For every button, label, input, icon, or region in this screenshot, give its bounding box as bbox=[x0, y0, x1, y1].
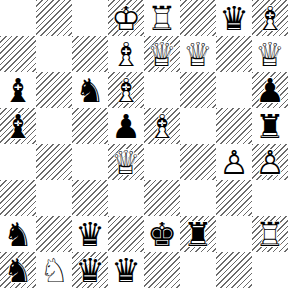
square-h7[interactable]: ♛♕ bbox=[252, 36, 288, 72]
square-h6[interactable]: ♟ bbox=[252, 72, 288, 108]
black-bishop-icon[interactable]: ♝ bbox=[0, 108, 36, 144]
piece-fill-layer: ♚ bbox=[144, 216, 180, 252]
black-rook-icon[interactable]: ♜ bbox=[252, 108, 288, 144]
square-d4[interactable]: ♛♕ bbox=[108, 144, 144, 180]
black-queen-icon[interactable]: ♛ bbox=[216, 0, 252, 36]
piece-outline-layer: ♕ bbox=[180, 36, 216, 72]
square-c4[interactable] bbox=[72, 144, 108, 180]
square-e4[interactable] bbox=[144, 144, 180, 180]
piece-fill-layer: ♛ bbox=[72, 252, 108, 288]
square-h5[interactable]: ♜ bbox=[252, 108, 288, 144]
square-d6[interactable]: ♝♗ bbox=[108, 72, 144, 108]
square-g3[interactable] bbox=[216, 180, 252, 216]
piece-fill-layer: ♞ bbox=[0, 252, 36, 288]
square-c3[interactable] bbox=[72, 180, 108, 216]
square-e8[interactable]: ♜♖ bbox=[144, 0, 180, 36]
piece-fill-layer: ♝ bbox=[0, 108, 36, 144]
square-e2[interactable]: ♚ bbox=[144, 216, 180, 252]
piece-outline-layer: ♙ bbox=[252, 144, 288, 180]
black-queen-icon[interactable]: ♛ bbox=[72, 216, 108, 252]
piece-outline-layer: ♖ bbox=[252, 216, 288, 252]
square-h3[interactable] bbox=[252, 180, 288, 216]
square-a1[interactable]: ♞ bbox=[0, 252, 36, 288]
piece-outline-layer: ♗ bbox=[252, 0, 288, 36]
square-a5[interactable]: ♝ bbox=[0, 108, 36, 144]
square-f3[interactable] bbox=[180, 180, 216, 216]
white-king-icon[interactable]: ♚♔ bbox=[108, 0, 144, 36]
piece-outline-layer: ♕ bbox=[252, 36, 288, 72]
square-f7[interactable]: ♛♕ bbox=[180, 36, 216, 72]
square-b6[interactable] bbox=[36, 72, 72, 108]
square-e1[interactable] bbox=[144, 252, 180, 288]
white-bishop-icon[interactable]: ♝♗ bbox=[144, 108, 180, 144]
piece-outline-layer: ♔ bbox=[108, 0, 144, 36]
white-pawn-icon[interactable]: ♟♙ bbox=[252, 144, 288, 180]
piece-fill-layer: ♜ bbox=[252, 108, 288, 144]
black-rook-icon[interactable]: ♜ bbox=[180, 216, 216, 252]
square-e7[interactable]: ♛♕ bbox=[144, 36, 180, 72]
square-f6[interactable] bbox=[180, 72, 216, 108]
piece-outline-layer: ♖ bbox=[144, 0, 180, 36]
square-d7[interactable]: ♝♗ bbox=[108, 36, 144, 72]
square-c6[interactable]: ♞ bbox=[72, 72, 108, 108]
white-bishop-icon[interactable]: ♝♗ bbox=[108, 72, 144, 108]
white-bishop-icon[interactable]: ♝♗ bbox=[252, 0, 288, 36]
square-a8[interactable] bbox=[0, 0, 36, 36]
black-pawn-icon[interactable]: ♟ bbox=[108, 108, 144, 144]
square-b4[interactable] bbox=[36, 144, 72, 180]
square-e5[interactable]: ♝♗ bbox=[144, 108, 180, 144]
piece-outline-layer: ♗ bbox=[108, 72, 144, 108]
square-a2[interactable]: ♞ bbox=[0, 216, 36, 252]
square-h4[interactable]: ♟♙ bbox=[252, 144, 288, 180]
piece-fill-layer: ♛ bbox=[108, 252, 144, 288]
piece-fill-layer: ♛ bbox=[72, 216, 108, 252]
square-h8[interactable]: ♝♗ bbox=[252, 0, 288, 36]
black-king-icon[interactable]: ♚ bbox=[144, 216, 180, 252]
white-pawn-icon[interactable]: ♟♙ bbox=[216, 144, 252, 180]
square-b5[interactable] bbox=[36, 108, 72, 144]
square-g1[interactable] bbox=[216, 252, 252, 288]
square-f8[interactable] bbox=[180, 0, 216, 36]
square-f1[interactable] bbox=[180, 252, 216, 288]
square-g6[interactable] bbox=[216, 72, 252, 108]
square-c8[interactable] bbox=[72, 0, 108, 36]
square-d3[interactable] bbox=[108, 180, 144, 216]
black-queen-icon[interactable]: ♛ bbox=[72, 252, 108, 288]
square-b7[interactable] bbox=[36, 36, 72, 72]
square-a6[interactable]: ♝ bbox=[0, 72, 36, 108]
square-a7[interactable] bbox=[0, 36, 36, 72]
white-queen-icon[interactable]: ♛♕ bbox=[252, 36, 288, 72]
white-queen-icon[interactable]: ♛♕ bbox=[108, 144, 144, 180]
black-knight-icon[interactable]: ♞ bbox=[72, 72, 108, 108]
square-a3[interactable] bbox=[0, 180, 36, 216]
square-d2[interactable] bbox=[108, 216, 144, 252]
square-b2[interactable] bbox=[36, 216, 72, 252]
square-c5[interactable] bbox=[72, 108, 108, 144]
square-h1[interactable] bbox=[252, 252, 288, 288]
white-rook-icon[interactable]: ♜♖ bbox=[144, 0, 180, 36]
square-d5[interactable]: ♟ bbox=[108, 108, 144, 144]
white-knight-icon[interactable]: ♞♘ bbox=[36, 252, 72, 288]
piece-outline-layer: ♕ bbox=[108, 144, 144, 180]
square-g5[interactable] bbox=[216, 108, 252, 144]
square-f2[interactable]: ♜ bbox=[180, 216, 216, 252]
piece-outline-layer: ♗ bbox=[144, 108, 180, 144]
piece-fill-layer: ♛ bbox=[216, 0, 252, 36]
piece-outline-layer: ♗ bbox=[108, 36, 144, 72]
square-b1[interactable]: ♞♘ bbox=[36, 252, 72, 288]
black-queen-icon[interactable]: ♛ bbox=[108, 252, 144, 288]
piece-fill-layer: ♟ bbox=[252, 72, 288, 108]
white-queen-icon[interactable]: ♛♕ bbox=[180, 36, 216, 72]
white-queen-icon[interactable]: ♛♕ bbox=[144, 36, 180, 72]
chess-board: ♚♔♜♖♛♝♗♝♗♛♕♛♕♛♕♝♞♝♗♟♝♟♝♗♜♛♕♟♙♟♙♞♛♚♜♜♖♞♞♘… bbox=[0, 0, 288, 288]
piece-outline-layer: ♕ bbox=[144, 36, 180, 72]
square-f4[interactable] bbox=[180, 144, 216, 180]
square-c2[interactable]: ♛ bbox=[72, 216, 108, 252]
piece-fill-layer: ♞ bbox=[72, 72, 108, 108]
piece-outline-layer: ♙ bbox=[216, 144, 252, 180]
piece-fill-layer: ♞ bbox=[0, 216, 36, 252]
square-c1[interactable]: ♛ bbox=[72, 252, 108, 288]
square-d8[interactable]: ♚♔ bbox=[108, 0, 144, 36]
square-e3[interactable] bbox=[144, 180, 180, 216]
white-bishop-icon[interactable]: ♝♗ bbox=[108, 36, 144, 72]
square-b8[interactable] bbox=[36, 0, 72, 36]
square-g7[interactable] bbox=[216, 36, 252, 72]
piece-fill-layer: ♜ bbox=[180, 216, 216, 252]
square-g8[interactable]: ♛ bbox=[216, 0, 252, 36]
square-b3[interactable] bbox=[36, 180, 72, 216]
black-knight-icon[interactable]: ♞ bbox=[0, 216, 36, 252]
black-pawn-icon[interactable]: ♟ bbox=[252, 72, 288, 108]
black-knight-icon[interactable]: ♞ bbox=[0, 252, 36, 288]
square-c7[interactable] bbox=[72, 36, 108, 72]
piece-fill-layer: ♟ bbox=[108, 108, 144, 144]
piece-outline-layer: ♘ bbox=[36, 252, 72, 288]
square-d1[interactable]: ♛ bbox=[108, 252, 144, 288]
black-bishop-icon[interactable]: ♝ bbox=[0, 72, 36, 108]
square-a4[interactable] bbox=[0, 144, 36, 180]
square-h2[interactable]: ♜♖ bbox=[252, 216, 288, 252]
piece-fill-layer: ♝ bbox=[0, 72, 36, 108]
square-f5[interactable] bbox=[180, 108, 216, 144]
white-rook-icon[interactable]: ♜♖ bbox=[252, 216, 288, 252]
square-g2[interactable] bbox=[216, 216, 252, 252]
square-e6[interactable] bbox=[144, 72, 180, 108]
square-g4[interactable]: ♟♙ bbox=[216, 144, 252, 180]
